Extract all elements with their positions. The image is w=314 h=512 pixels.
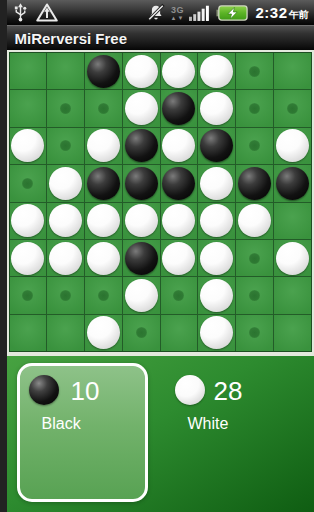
status-bar-left — [12, 3, 58, 22]
board-cell-d6[interactable] — [123, 240, 160, 276]
legal-move-dot[interactable] — [98, 103, 109, 114]
board-cell-d3[interactable] — [123, 128, 160, 164]
black-disc — [162, 167, 195, 200]
status-bar-right: 3G ▲▼ — [146, 3, 309, 22]
board-cell-e4[interactable] — [161, 165, 198, 201]
board-cell-h4[interactable] — [274, 165, 311, 201]
legal-move-dot[interactable] — [60, 140, 71, 151]
white-disc — [162, 204, 195, 237]
board-cell-c1[interactable] — [85, 53, 122, 89]
board-cell-d8[interactable] — [123, 315, 160, 351]
board-cell-f2[interactable] — [198, 90, 235, 126]
legal-move-dot[interactable] — [173, 290, 184, 301]
board-cell-a2[interactable] — [10, 90, 47, 126]
white-score-count: 28 — [214, 378, 243, 404]
board-cell-h8[interactable] — [274, 315, 311, 351]
black-score-count: 10 — [71, 378, 100, 404]
black-disc — [125, 129, 158, 162]
legal-move-dot[interactable] — [249, 327, 260, 338]
board-cell-c8[interactable] — [85, 315, 122, 351]
board-cell-c5[interactable] — [85, 203, 122, 239]
white-disc — [162, 129, 195, 162]
board-cell-g2[interactable] — [236, 90, 273, 126]
black-disc — [87, 55, 120, 88]
white-disc — [200, 92, 233, 125]
white-disc — [11, 204, 44, 237]
white-disc — [276, 242, 309, 275]
board-cell-g5[interactable] — [236, 203, 273, 239]
white-disc — [49, 242, 82, 275]
usb-icon — [12, 3, 29, 22]
board-cell-f3[interactable] — [198, 128, 235, 164]
white-disc — [49, 167, 82, 200]
board-cell-h7[interactable] — [274, 277, 311, 313]
board-cell-b2[interactable] — [47, 90, 84, 126]
board-cell-c3[interactable] — [85, 128, 122, 164]
board-cell-a3[interactable] — [10, 128, 47, 164]
board-cell-g3[interactable] — [236, 128, 273, 164]
board-cell-c7[interactable] — [85, 277, 122, 313]
status-bar: 3G ▲▼ — [7, 0, 314, 25]
battery-charging-icon — [216, 5, 248, 21]
score-panel: 10 Black 28 White — [7, 356, 314, 512]
white-disc — [87, 316, 120, 349]
legal-move-dot[interactable] — [22, 178, 33, 189]
legal-move-dot[interactable] — [249, 103, 260, 114]
board-cell-b1[interactable] — [47, 53, 84, 89]
board-cell-e5[interactable] — [161, 203, 198, 239]
white-disc — [49, 204, 82, 237]
white-disc — [200, 316, 233, 349]
white-disc — [200, 55, 233, 88]
board-cell-a1[interactable] — [10, 53, 47, 89]
board-cell-h6[interactable] — [274, 240, 311, 276]
black-score-disc — [29, 375, 59, 405]
board — [9, 52, 312, 352]
board-cell-f5[interactable] — [198, 203, 235, 239]
white-disc — [200, 167, 233, 200]
black-disc — [125, 167, 158, 200]
legal-move-dot[interactable] — [249, 290, 260, 301]
board-cell-d2[interactable] — [123, 90, 160, 126]
board-frame — [7, 50, 314, 356]
board-cell-d5[interactable] — [123, 203, 160, 239]
board-cell-a7[interactable] — [10, 277, 47, 313]
white-score-disc — [175, 375, 205, 405]
network-3g-indicator: 3G ▲▼ — [171, 6, 185, 21]
board-cell-b6[interactable] — [47, 240, 84, 276]
board-cell-b8[interactable] — [47, 315, 84, 351]
legal-move-dot[interactable] — [249, 253, 260, 264]
board-cell-a5[interactable] — [10, 203, 47, 239]
board-cell-h3[interactable] — [274, 128, 311, 164]
board-cell-f4[interactable] — [198, 165, 235, 201]
clock-period: 午前 — [289, 8, 309, 22]
board-cell-f1[interactable] — [198, 53, 235, 89]
signal-strength-icon — [189, 4, 211, 21]
board-cell-c6[interactable] — [85, 240, 122, 276]
board-cell-g1[interactable] — [236, 53, 273, 89]
black-disc — [200, 129, 233, 162]
board-cell-h2[interactable] — [274, 90, 311, 126]
white-disc — [200, 279, 233, 312]
network-3g-label: 3G — [171, 6, 184, 15]
board-cell-b4[interactable] — [47, 165, 84, 201]
white-disc — [87, 129, 120, 162]
white-score-label: White — [188, 416, 229, 432]
board-cell-e3[interactable] — [161, 128, 198, 164]
white-disc — [200, 242, 233, 275]
white-disc — [276, 129, 309, 162]
clock: 2:32 午前 — [255, 4, 308, 22]
white-disc — [200, 204, 233, 237]
board-cell-e6[interactable] — [161, 240, 198, 276]
board-cell-c4[interactable] — [85, 165, 122, 201]
board-cell-c2[interactable] — [85, 90, 122, 126]
black-disc — [87, 167, 120, 200]
board-cell-a4[interactable] — [10, 165, 47, 201]
board-cell-d1[interactable] — [123, 53, 160, 89]
white-disc — [162, 55, 195, 88]
board-cell-f6[interactable] — [198, 240, 235, 276]
white-disc — [125, 204, 158, 237]
title-bar: MiRerversi Free — [7, 25, 314, 50]
board-cell-a8[interactable] — [10, 315, 47, 351]
board-cell-d4[interactable] — [123, 165, 160, 201]
board-cell-g6[interactable] — [236, 240, 273, 276]
board-cell-b5[interactable] — [47, 203, 84, 239]
white-disc — [87, 204, 120, 237]
white-disc — [125, 279, 158, 312]
board-cell-a6[interactable] — [10, 240, 47, 276]
silent-mode-icon — [146, 3, 166, 22]
legal-move-dot[interactable] — [249, 140, 260, 151]
black-disc — [162, 92, 195, 125]
legal-move-dot[interactable] — [60, 103, 71, 114]
white-disc — [11, 129, 44, 162]
board-cell-h1[interactable] — [274, 53, 311, 89]
white-disc — [125, 92, 158, 125]
board-cell-b7[interactable] — [47, 277, 84, 313]
board-cell-f7[interactable] — [198, 277, 235, 313]
board-cell-g7[interactable] — [236, 277, 273, 313]
warning-triangle-icon — [36, 3, 58, 22]
board-cell-d7[interactable] — [123, 277, 160, 313]
white-disc — [87, 242, 120, 275]
legal-move-dot[interactable] — [22, 290, 33, 301]
board-cell-e2[interactable] — [161, 90, 198, 126]
board-cell-e8[interactable] — [161, 315, 198, 351]
legal-move-dot[interactable] — [249, 66, 260, 77]
legal-move-dot[interactable] — [98, 290, 109, 301]
legal-move-dot[interactable] — [60, 290, 71, 301]
board-cell-g4[interactable] — [236, 165, 273, 201]
black-disc — [238, 167, 271, 200]
legal-move-dot[interactable] — [136, 327, 147, 338]
network-traffic-arrows-icon: ▲▼ — [171, 15, 185, 21]
board-cell-h5[interactable] — [274, 203, 311, 239]
board-cell-b3[interactable] — [47, 128, 84, 164]
white-disc — [238, 204, 271, 237]
black-score-label: Black — [42, 416, 81, 432]
black-disc — [276, 167, 309, 200]
app-title: MiRerversi Free — [15, 30, 128, 47]
clock-time: 2:32 — [255, 4, 287, 21]
white-disc — [162, 242, 195, 275]
white-disc — [11, 242, 44, 275]
board-cell-f8[interactable] — [198, 315, 235, 351]
legal-move-dot[interactable] — [287, 103, 298, 114]
black-disc — [125, 242, 158, 275]
white-disc — [125, 55, 158, 88]
board-cell-e1[interactable] — [161, 53, 198, 89]
board-cell-g8[interactable] — [236, 315, 273, 351]
phone-screen: 3G ▲▼ — [7, 0, 314, 512]
board-cell-e7[interactable] — [161, 277, 198, 313]
